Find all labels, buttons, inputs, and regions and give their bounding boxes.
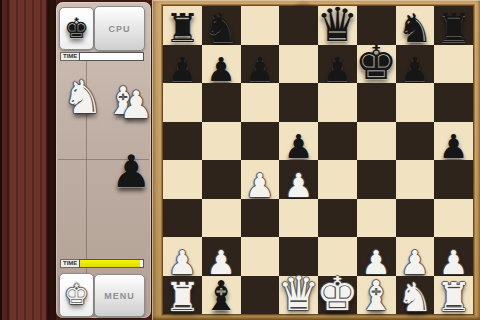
square-a5[interactable]: [163, 122, 202, 161]
white-time-row: TIME: [60, 259, 144, 268]
square-f2[interactable]: ♟: [357, 237, 396, 276]
square-c4[interactable]: ♟: [241, 160, 280, 199]
square-a8[interactable]: ♜: [163, 6, 202, 45]
square-d8[interactable]: [279, 6, 318, 45]
square-h6[interactable]: [434, 83, 473, 122]
black-pawn[interactable]: ♟: [400, 53, 430, 86]
square-d4[interactable]: ♟: [279, 160, 318, 199]
square-h7[interactable]: [434, 45, 473, 84]
square-h1[interactable]: ♜: [434, 276, 473, 315]
square-g6[interactable]: [396, 83, 435, 122]
white-king-icon: ♚: [64, 281, 89, 309]
black-bishop[interactable]: ♝: [203, 276, 240, 317]
white-rook[interactable]: ♜: [164, 277, 200, 317]
square-b7[interactable]: ♟: [202, 45, 241, 84]
menu-button[interactable]: MENU: [94, 274, 145, 317]
square-a3[interactable]: [163, 199, 202, 238]
square-b2[interactable]: ♟: [202, 237, 241, 276]
square-h8[interactable]: ♜: [434, 6, 473, 45]
square-c2[interactable]: [241, 237, 280, 276]
square-h4[interactable]: [434, 160, 473, 199]
white-bishop[interactable]: ♝: [358, 276, 395, 317]
background-wood-panel: [0, 0, 56, 320]
square-c7[interactable]: ♟: [241, 45, 280, 84]
square-a6[interactable]: [163, 83, 202, 122]
white-player-button[interactable]: ♚: [59, 273, 94, 317]
square-e4[interactable]: [318, 160, 357, 199]
black-player-button[interactable]: ♚: [59, 7, 94, 50]
chess-board-frame: ♜♞♛♞♜♟♟♟♟♚♟♟♟♟♟♟♟♟♟♟♜♝♛♚♝♞♜: [152, 0, 480, 320]
chess-board: ♜♞♛♞♜♟♟♟♟♚♟♟♟♟♟♟♟♟♟♟♜♝♛♚♝♞♜: [163, 6, 473, 314]
square-e7[interactable]: ♟: [318, 45, 357, 84]
captured-white-knight: ♞: [62, 74, 103, 120]
black-knight[interactable]: ♞: [397, 8, 433, 48]
black-knight[interactable]: ♞: [203, 8, 239, 48]
sidebar: ♚ CPU TIME ♞♝♟ ♟ TIME ♚ MENU: [56, 2, 151, 318]
square-d7[interactable]: [279, 45, 318, 84]
white-time-fill: [80, 260, 140, 267]
black-pawn[interactable]: ♟: [284, 130, 314, 163]
square-b6[interactable]: [202, 83, 241, 122]
chess-app-window: ♚ CPU TIME ♞♝♟ ♟ TIME ♚ MENU ♜♞♛♞♜♟♟♟♟♚♟…: [0, 0, 480, 320]
white-pawn[interactable]: ♟: [245, 169, 275, 202]
square-g2[interactable]: ♟: [396, 237, 435, 276]
square-c3[interactable]: [241, 199, 280, 238]
cpu-button[interactable]: CPU: [94, 6, 145, 51]
square-a7[interactable]: ♟: [163, 45, 202, 84]
square-g1[interactable]: ♞: [396, 276, 435, 315]
square-g5[interactable]: [396, 122, 435, 161]
square-g3[interactable]: [396, 199, 435, 238]
square-e6[interactable]: [318, 83, 357, 122]
square-b4[interactable]: [202, 160, 241, 199]
black-time-label: TIME: [60, 52, 79, 61]
square-d3[interactable]: [279, 199, 318, 238]
cpu-button-label: CPU: [108, 24, 130, 34]
square-f1[interactable]: ♝: [357, 276, 396, 315]
black-time-bar: [79, 52, 144, 61]
square-h2[interactable]: ♟: [434, 237, 473, 276]
square-c8[interactable]: [241, 6, 280, 45]
black-pawn[interactable]: ♟: [439, 130, 469, 163]
square-a2[interactable]: ♟: [163, 237, 202, 276]
square-g4[interactable]: [396, 160, 435, 199]
black-king-icon: ♚: [64, 15, 89, 43]
square-b1[interactable]: ♝: [202, 276, 241, 315]
black-rook[interactable]: ♜: [164, 8, 200, 48]
black-pawn[interactable]: ♟: [168, 53, 198, 86]
black-queen[interactable]: ♛: [316, 1, 358, 48]
square-f7[interactable]: ♚: [357, 45, 396, 84]
white-king[interactable]: ♚: [316, 270, 358, 317]
white-knight[interactable]: ♞: [397, 277, 433, 317]
square-h3[interactable]: [434, 199, 473, 238]
square-f6[interactable]: [357, 83, 396, 122]
black-time-row: TIME: [60, 52, 144, 61]
square-c1[interactable]: [241, 276, 280, 315]
square-b3[interactable]: [202, 199, 241, 238]
square-g7[interactable]: ♟: [396, 45, 435, 84]
menu-button-label: MENU: [104, 291, 135, 301]
square-f4[interactable]: [357, 160, 396, 199]
black-king[interactable]: ♚: [355, 39, 397, 86]
black-rook[interactable]: ♜: [436, 8, 472, 48]
black-pawn[interactable]: ♟: [206, 53, 236, 86]
square-f3[interactable]: [357, 199, 396, 238]
square-f5[interactable]: [357, 122, 396, 161]
white-time-label: TIME: [60, 259, 79, 268]
square-e8[interactable]: ♛: [318, 6, 357, 45]
square-e1[interactable]: ♚: [318, 276, 357, 315]
square-c5[interactable]: [241, 122, 280, 161]
white-rook[interactable]: ♜: [436, 277, 472, 317]
square-e3[interactable]: [318, 199, 357, 238]
square-g8[interactable]: ♞: [396, 6, 435, 45]
white-pawn[interactable]: ♟: [284, 169, 314, 202]
square-b5[interactable]: [202, 122, 241, 161]
black-pawn[interactable]: ♟: [323, 53, 353, 86]
square-h5[interactable]: ♟: [434, 122, 473, 161]
square-b8[interactable]: ♞: [202, 6, 241, 45]
black-pawn[interactable]: ♟: [245, 53, 275, 86]
white-time-bar: [79, 259, 144, 268]
square-a4[interactable]: [163, 160, 202, 199]
square-d5[interactable]: ♟: [279, 122, 318, 161]
square-d6[interactable]: [279, 83, 318, 122]
square-c6[interactable]: [241, 83, 280, 122]
captured-black-pawn: ♟: [111, 149, 151, 194]
square-e5[interactable]: [318, 122, 357, 161]
captured-white-pawn: ♟: [119, 86, 153, 124]
square-a1[interactable]: ♜: [163, 276, 202, 315]
white-queen[interactable]: ♛: [278, 270, 320, 317]
square-d1[interactable]: ♛: [279, 276, 318, 315]
